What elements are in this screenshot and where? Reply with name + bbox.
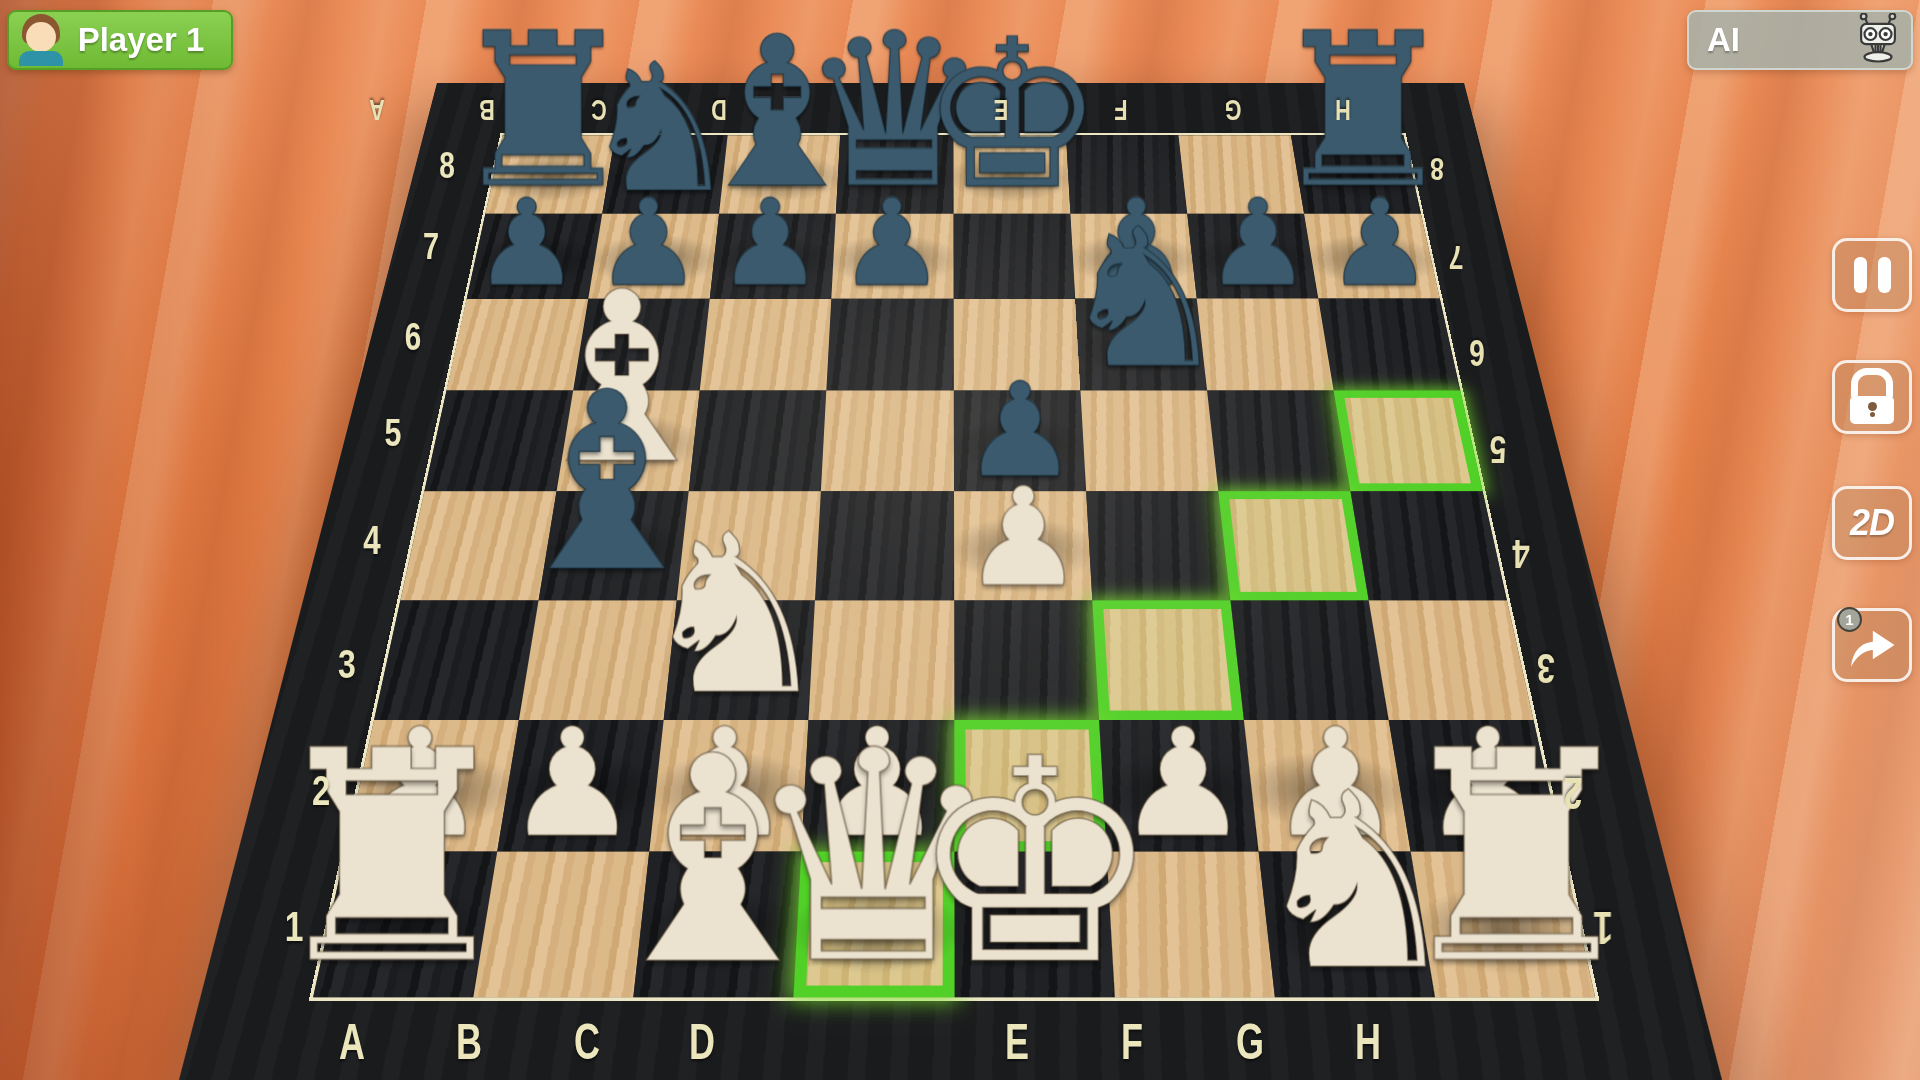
square-g5[interactable] bbox=[1207, 391, 1350, 491]
square-h1[interactable]: ♜ bbox=[1411, 851, 1596, 997]
square-e4[interactable]: ♟ bbox=[954, 491, 1092, 600]
pause-button[interactable] bbox=[1832, 238, 1912, 312]
square-e8[interactable]: ♚ bbox=[953, 135, 1070, 214]
square-d6[interactable] bbox=[827, 299, 954, 391]
square-f5[interactable] bbox=[1080, 391, 1218, 491]
game-screen: ♜♞♝♛♚♜♟♟♟♟♟♟♟♞♝♟♝♟♞♟♟♟♟♟♟♟♜♝♛♚♞♜ ABCDEFG… bbox=[0, 0, 1920, 1080]
square-c7[interactable]: ♟ bbox=[710, 214, 836, 299]
square-f6[interactable]: ♞ bbox=[1075, 299, 1207, 391]
square-a1[interactable]: ♜ bbox=[313, 851, 497, 997]
piece-black-pawn-d7[interactable]: ♟ bbox=[839, 183, 946, 303]
square-e7[interactable] bbox=[953, 214, 1075, 299]
piece-black-pawn-h7[interactable]: ♟ bbox=[1326, 183, 1433, 303]
square-h4[interactable] bbox=[1350, 491, 1507, 600]
square-f4[interactable] bbox=[1086, 491, 1230, 600]
piece-white-rook-h1[interactable]: ♜ bbox=[1386, 712, 1648, 1004]
redo-button[interactable]: 1 bbox=[1832, 608, 1912, 682]
square-g4[interactable] bbox=[1218, 491, 1369, 600]
player-name: Player 1 bbox=[65, 21, 217, 59]
chess-board: ♜♞♝♛♚♜♟♟♟♟♟♟♟♞♝♟♝♟♞♟♟♟♟♟♟♟♜♝♛♚♞♜ bbox=[309, 133, 1600, 1000]
player-badge: Player 1 bbox=[7, 10, 233, 70]
view-2d-button[interactable]: 2D bbox=[1832, 486, 1912, 560]
square-e1[interactable]: ♚ bbox=[954, 851, 1114, 997]
square-h7[interactable]: ♟ bbox=[1304, 214, 1440, 299]
square-h5[interactable] bbox=[1334, 391, 1483, 491]
pause-icon bbox=[1854, 257, 1891, 293]
ai-badge: AI bbox=[1687, 10, 1913, 70]
lock-button[interactable] bbox=[1832, 360, 1912, 434]
file-label-top-a: A bbox=[369, 93, 385, 127]
ai-name: AI bbox=[1707, 21, 1851, 59]
square-d5[interactable] bbox=[821, 391, 953, 491]
square-d4[interactable] bbox=[815, 491, 953, 600]
view-2d-label: 2D bbox=[1850, 502, 1894, 544]
lock-icon bbox=[1850, 368, 1894, 424]
piece-white-king-e1[interactable]: ♚ bbox=[908, 722, 1161, 1004]
player-avatar-icon bbox=[17, 14, 65, 66]
redo-count-badge: 1 bbox=[1837, 607, 1862, 632]
piece-white-rook-a1[interactable]: ♜ bbox=[261, 712, 523, 1004]
robot-icon bbox=[1851, 13, 1905, 67]
square-d7[interactable]: ♟ bbox=[832, 214, 954, 299]
piece-black-knight-f6[interactable]: ♞ bbox=[1058, 203, 1230, 395]
square-h6[interactable] bbox=[1318, 299, 1460, 391]
piece-white-pawn-e4[interactable]: ♟ bbox=[962, 469, 1084, 605]
piece-black-pawn-c7[interactable]: ♟ bbox=[717, 183, 824, 303]
board-frame: ♜♞♝♛♚♜♟♟♟♟♟♟♟♞♝♟♝♟♞♟♟♟♟♟♟♟♜♝♛♚♞♜ bbox=[173, 83, 1727, 1080]
